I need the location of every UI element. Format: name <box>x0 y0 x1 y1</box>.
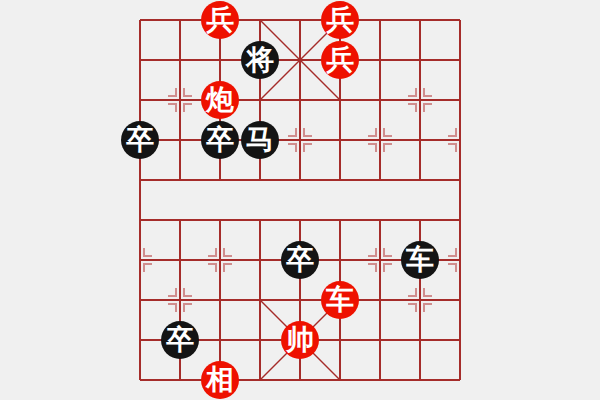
piece-black-soldier[interactable]: 卒 <box>121 121 159 159</box>
piece-black-soldier[interactable]: 卒 <box>281 241 319 279</box>
piece-red-soldier[interactable]: 兵 <box>201 1 239 39</box>
xiangqi-diagram: 兵兵将兵炮卒卒马卒车车卒帅相 <box>0 0 600 400</box>
piece-black-soldier[interactable]: 卒 <box>161 321 199 359</box>
piece-black-general[interactable]: 将 <box>241 41 279 79</box>
piece-red-soldier[interactable]: 兵 <box>321 1 359 39</box>
piece-black-soldier[interactable]: 卒 <box>201 121 239 159</box>
piece-red-soldier[interactable]: 兵 <box>321 41 359 79</box>
xiangqi-board: 兵兵将兵炮卒卒马卒车车卒帅相 <box>120 0 480 400</box>
piece-black-chariot[interactable]: 车 <box>401 241 439 279</box>
piece-red-elephant[interactable]: 相 <box>201 361 239 399</box>
piece-black-horse[interactable]: 马 <box>241 121 279 159</box>
piece-red-cannon[interactable]: 炮 <box>201 81 239 119</box>
piece-red-general[interactable]: 帅 <box>281 321 319 359</box>
piece-red-chariot[interactable]: 车 <box>321 281 359 319</box>
